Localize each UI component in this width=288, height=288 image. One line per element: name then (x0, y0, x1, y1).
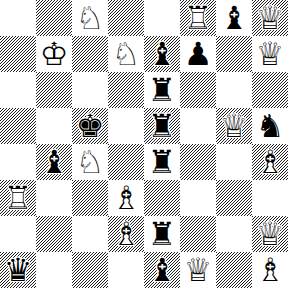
square-a7[interactable] (0, 36, 36, 72)
square-c4[interactable]: ♞♘ (72, 144, 108, 180)
black-bishop-e1[interactable]: ♝ (144, 252, 180, 288)
square-a5[interactable] (0, 108, 36, 144)
square-d7[interactable]: ♞♘ (108, 36, 144, 72)
square-h3[interactable] (252, 180, 288, 216)
square-a8[interactable] (0, 0, 36, 36)
square-g3[interactable] (216, 180, 252, 216)
square-h8[interactable]: ♛♕ (252, 0, 288, 36)
square-b8[interactable] (36, 0, 72, 36)
square-a1[interactable]: ♛♛ (0, 252, 36, 288)
square-a6[interactable] (0, 72, 36, 108)
white-bishop-h4[interactable]: ♗ (252, 144, 288, 180)
square-f5[interactable] (180, 108, 216, 144)
white-knight-d7[interactable]: ♘ (108, 36, 144, 72)
square-a4[interactable] (0, 144, 36, 180)
black-pawn-f7[interactable]: ♟ (180, 36, 216, 72)
square-h2[interactable]: ♛♕ (252, 216, 288, 252)
white-queen-f1[interactable]: ♕ (180, 252, 216, 288)
square-e5[interactable]: ♜♜ (144, 108, 180, 144)
square-f8[interactable]: ♜♖ (180, 0, 216, 36)
square-f7[interactable]: ♟♟ (180, 36, 216, 72)
square-b6[interactable] (36, 72, 72, 108)
black-bishop-e7[interactable]: ♝ (144, 36, 180, 72)
white-bishop-d2[interactable]: ♗ (108, 216, 144, 252)
square-g6[interactable] (216, 72, 252, 108)
white-bishop-h1[interactable]: ♗ (252, 252, 288, 288)
square-b2[interactable] (36, 216, 72, 252)
black-king-c5[interactable]: ♚ (72, 108, 108, 144)
square-h4[interactable]: ♝♗ (252, 144, 288, 180)
square-c1[interactable] (72, 252, 108, 288)
square-a2[interactable] (0, 216, 36, 252)
square-f6[interactable] (180, 72, 216, 108)
square-c8[interactable]: ♞♘ (72, 0, 108, 36)
square-c5[interactable]: ♚♚ (72, 108, 108, 144)
square-c3[interactable] (72, 180, 108, 216)
square-f1[interactable]: ♛♕ (180, 252, 216, 288)
white-queen-h7[interactable]: ♕ (252, 36, 288, 72)
square-g2[interactable] (216, 216, 252, 252)
square-c6[interactable] (72, 72, 108, 108)
square-e3[interactable] (144, 180, 180, 216)
square-h5[interactable]: ♞♞ (252, 108, 288, 144)
square-d5[interactable] (108, 108, 144, 144)
black-knight-h5[interactable]: ♞ (252, 108, 288, 144)
square-e7[interactable]: ♝♝ (144, 36, 180, 72)
white-rook-a3[interactable]: ♖ (0, 180, 36, 216)
square-g1[interactable] (216, 252, 252, 288)
square-e4[interactable]: ♜♜ (144, 144, 180, 180)
square-b4[interactable]: ♝♝ (36, 144, 72, 180)
square-f2[interactable] (180, 216, 216, 252)
square-d6[interactable] (108, 72, 144, 108)
square-e8[interactable] (144, 0, 180, 36)
square-e6[interactable]: ♜♜ (144, 72, 180, 108)
black-bishop-g8[interactable]: ♝ (216, 0, 252, 36)
white-queen-h8[interactable]: ♕ (252, 0, 288, 36)
black-rook-e2[interactable]: ♜ (144, 216, 180, 252)
square-f4[interactable] (180, 144, 216, 180)
white-knight-c4[interactable]: ♘ (72, 144, 108, 180)
square-g8[interactable]: ♝♝ (216, 0, 252, 36)
chess-diagram: ♞♘♜♖♝♝♛♕♚♔♞♘♝♝♟♟♛♕♜♜♚♚♜♜♛♕♞♞♝♝♞♘♜♜♝♗♜♖♝♗… (0, 0, 288, 288)
square-d4[interactable] (108, 144, 144, 180)
white-queen-g5[interactable]: ♕ (216, 108, 252, 144)
white-knight-c8[interactable]: ♘ (72, 0, 108, 36)
square-g4[interactable] (216, 144, 252, 180)
square-c7[interactable] (72, 36, 108, 72)
square-g7[interactable] (216, 36, 252, 72)
square-d1[interactable] (108, 252, 144, 288)
square-h1[interactable]: ♝♗ (252, 252, 288, 288)
square-b5[interactable] (36, 108, 72, 144)
square-a3[interactable]: ♜♖ (0, 180, 36, 216)
square-d3[interactable]: ♝♗ (108, 180, 144, 216)
black-rook-e4[interactable]: ♜ (144, 144, 180, 180)
square-b3[interactable] (36, 180, 72, 216)
chess-board: ♞♘♜♖♝♝♛♕♚♔♞♘♝♝♟♟♛♕♜♜♚♚♜♜♛♕♞♞♝♝♞♘♜♜♝♗♜♖♝♗… (0, 0, 288, 288)
white-queen-h2[interactable]: ♕ (252, 216, 288, 252)
square-e1[interactable]: ♝♝ (144, 252, 180, 288)
square-b7[interactable]: ♚♔ (36, 36, 72, 72)
black-bishop-b4[interactable]: ♝ (36, 144, 72, 180)
square-c2[interactable] (72, 216, 108, 252)
square-f3[interactable] (180, 180, 216, 216)
black-rook-e6[interactable]: ♜ (144, 72, 180, 108)
square-h6[interactable] (252, 72, 288, 108)
black-rook-e5[interactable]: ♜ (144, 108, 180, 144)
square-e2[interactable]: ♜♜ (144, 216, 180, 252)
white-king-b7[interactable]: ♔ (36, 36, 72, 72)
white-bishop-d3[interactable]: ♗ (108, 180, 144, 216)
square-b1[interactable] (36, 252, 72, 288)
white-rook-f8[interactable]: ♖ (180, 0, 216, 36)
square-d2[interactable]: ♝♗ (108, 216, 144, 252)
square-g5[interactable]: ♛♕ (216, 108, 252, 144)
black-queen-a1[interactable]: ♛ (0, 252, 36, 288)
square-h7[interactable]: ♛♕ (252, 36, 288, 72)
square-d8[interactable] (108, 0, 144, 36)
